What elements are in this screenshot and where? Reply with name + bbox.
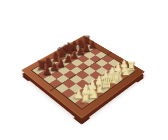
square-a7[interactable]: ♟ [38,70,51,79]
piece-black-pawn[interactable]: ♟ [38,66,56,77]
piece-white-rook[interactable]: ♜ [75,93,95,106]
chess-board: ♜♞♝♛♚♝♞♜♟♟♟♟♟♟♟♟♟♟♟♟♟♟♟♟♜♞♝♛♚♝♞♜ [21,36,145,119]
board-grid: ♜♞♝♛♚♝♞♜♟♟♟♟♟♟♟♟♟♟♟♟♟♟♟♟♜♞♝♛♚♝♞♜ [31,40,136,109]
chess-set-photo: ♜♞♝♛♚♝♞♜♟♟♟♟♟♟♟♟♟♟♟♟♟♟♟♟♜♞♝♛♚♝♞♜ [39,27,127,115]
